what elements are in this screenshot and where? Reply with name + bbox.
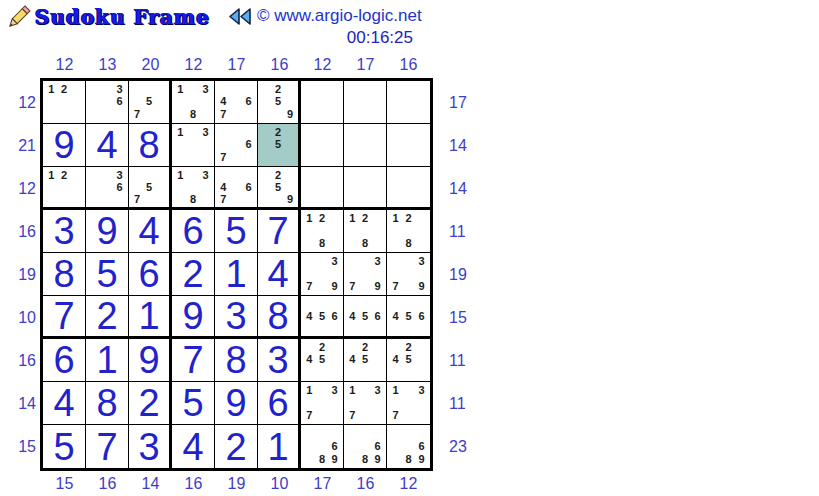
cell-value: 9 bbox=[215, 382, 257, 424]
pencil-mark-8: 8 bbox=[316, 453, 329, 466]
pencil-mark-7: 7 bbox=[131, 108, 143, 121]
pencil-mark-5: 5 bbox=[402, 310, 415, 322]
cell-r8c1[interactable]: 4 bbox=[43, 382, 86, 425]
cell-value: 7 bbox=[43, 296, 85, 336]
top-clue-7: 12 bbox=[301, 56, 344, 74]
bottom-clue-3: 14 bbox=[129, 475, 172, 493]
top-clue-2: 13 bbox=[86, 56, 129, 74]
cell-value: 7 bbox=[86, 425, 128, 468]
cell-r7c4[interactable]: 7 bbox=[172, 339, 215, 382]
pencil-mark-2: 2 bbox=[58, 83, 71, 96]
cell-r9c9[interactable]: 689 bbox=[387, 425, 430, 468]
left-clue-7: 16 bbox=[0, 339, 36, 382]
bottom-clue-7: 17 bbox=[301, 475, 344, 493]
pencil-mark-1: 1 bbox=[174, 126, 187, 139]
cell-value: 4 bbox=[129, 210, 169, 252]
cell-r4c5[interactable]: 5 bbox=[215, 210, 258, 253]
cell-value: 4 bbox=[43, 382, 85, 424]
cell-value: 5 bbox=[86, 253, 128, 295]
cell-r6c3[interactable]: 1 bbox=[129, 296, 172, 339]
pencil-mark-6: 6 bbox=[371, 440, 384, 453]
cell-r5c5[interactable]: 1 bbox=[215, 253, 258, 296]
cell-r9c3[interactable]: 3 bbox=[129, 425, 172, 468]
cell-r3c3[interactable]: 57 bbox=[129, 167, 172, 210]
pencil-mark-1: 1 bbox=[346, 384, 359, 397]
cell-r2c2[interactable]: 4 bbox=[86, 124, 129, 167]
cell-r4c3[interactable]: 4 bbox=[129, 210, 172, 253]
pencil-mark-2: 2 bbox=[316, 341, 329, 354]
cell-value: 8 bbox=[86, 382, 128, 424]
pencil-mark-2: 2 bbox=[272, 83, 284, 96]
cell-r8c9[interactable]: 137 bbox=[387, 382, 430, 425]
pencil-marks: 456 bbox=[346, 298, 384, 334]
pencil-mark-6: 6 bbox=[415, 310, 428, 322]
pencil-mark-7: 7 bbox=[303, 280, 316, 293]
pencil-marks: 245 bbox=[303, 341, 341, 379]
pencil-marks: 25 bbox=[260, 126, 296, 164]
left-clue-1: 12 bbox=[0, 81, 36, 124]
bottom-clue-5: 19 bbox=[215, 475, 258, 493]
pencil-marks: 36 bbox=[88, 169, 126, 205]
right-clue-9: 23 bbox=[441, 425, 485, 468]
cell-r1c6[interactable]: 259 bbox=[258, 81, 301, 124]
pencil-marks: 128 bbox=[303, 212, 341, 250]
cell-r7c1[interactable]: 6 bbox=[43, 339, 86, 382]
pencil-marks: 128 bbox=[389, 212, 428, 250]
pencil-mark-5: 5 bbox=[359, 310, 372, 322]
right-clue-7: 11 bbox=[441, 339, 485, 382]
cell-r9c5[interactable]: 2 bbox=[215, 425, 258, 468]
pencil-mark-4: 4 bbox=[217, 181, 230, 193]
pencil-marks: 12 bbox=[45, 169, 83, 205]
pencil-mark-8: 8 bbox=[402, 237, 415, 250]
pencil-mark-5: 5 bbox=[143, 96, 155, 109]
copyright-link[interactable]: © www.argio-logic.net bbox=[257, 6, 422, 26]
pencil-marks: 467 bbox=[217, 83, 255, 121]
cell-r5c9[interactable]: 379 bbox=[387, 253, 430, 296]
double-left-arrow-icon[interactable] bbox=[227, 7, 253, 26]
pencil-mark-7: 7 bbox=[346, 280, 359, 293]
top-clue-8: 17 bbox=[344, 56, 387, 74]
right-clue-3: 14 bbox=[441, 167, 485, 210]
pencil-mark-4: 4 bbox=[303, 354, 316, 367]
pencil-mark-4: 4 bbox=[346, 354, 359, 367]
cell-r4c2[interactable]: 9 bbox=[86, 210, 129, 253]
cell-r6c5[interactable]: 3 bbox=[215, 296, 258, 339]
pencil-mark-1: 1 bbox=[346, 212, 359, 225]
cell-value: 3 bbox=[215, 296, 257, 336]
cell-value: 1 bbox=[258, 425, 298, 468]
pencil-mark-6: 6 bbox=[328, 440, 341, 453]
cell-value: 3 bbox=[43, 210, 85, 252]
cell-r1c1[interactable]: 12 bbox=[43, 81, 86, 124]
cell-r7c7[interactable]: 245 bbox=[301, 339, 344, 382]
pencil-mark-3: 3 bbox=[415, 384, 428, 397]
left-clue-9: 15 bbox=[0, 425, 36, 468]
pencil-marks: 456 bbox=[303, 298, 341, 334]
cell-r1c9[interactable] bbox=[387, 81, 430, 124]
bottom-clue-2: 16 bbox=[86, 475, 129, 493]
pencil-mark-5: 5 bbox=[316, 354, 329, 367]
cell-r4c6[interactable]: 7 bbox=[258, 210, 301, 253]
cell-r4c8[interactable]: 128 bbox=[344, 210, 387, 253]
cell-r9c8[interactable]: 689 bbox=[344, 425, 387, 468]
cell-r7c6[interactable]: 3 bbox=[258, 339, 301, 382]
cell-value: 6 bbox=[172, 210, 214, 252]
cell-r2c8[interactable] bbox=[344, 124, 387, 167]
cell-value: 6 bbox=[43, 339, 85, 381]
pencil-mark-1: 1 bbox=[303, 212, 316, 225]
cell-value: 8 bbox=[43, 253, 85, 295]
cell-r1c5[interactable]: 467 bbox=[215, 81, 258, 124]
cell-r2c1[interactable]: 9 bbox=[43, 124, 86, 167]
cell-value: 3 bbox=[129, 425, 169, 468]
cell-value: 8 bbox=[258, 296, 298, 336]
pencil-mark-6: 6 bbox=[113, 181, 126, 193]
cell-r5c7[interactable]: 379 bbox=[301, 253, 344, 296]
cell-r5c2[interactable]: 5 bbox=[86, 253, 129, 296]
pencil-mark-9: 9 bbox=[284, 193, 296, 205]
pencil-marks: 12 bbox=[45, 83, 83, 121]
top-clue-6: 16 bbox=[258, 56, 301, 74]
pencil-mark-6: 6 bbox=[113, 96, 126, 109]
pencil-marks: 13 bbox=[174, 126, 212, 164]
left-clue-2: 21 bbox=[0, 124, 36, 167]
pencil-mark-5: 5 bbox=[402, 354, 415, 367]
cell-value: 4 bbox=[172, 425, 214, 468]
cell-r8c8[interactable]: 137 bbox=[344, 382, 387, 425]
cell-r5c4[interactable]: 2 bbox=[172, 253, 215, 296]
cell-value: 5 bbox=[172, 382, 214, 424]
cell-value: 8 bbox=[215, 339, 257, 381]
pencil-mark-8: 8 bbox=[316, 237, 329, 250]
pencil-mark-1: 1 bbox=[45, 169, 58, 181]
pencil-marks: 259 bbox=[260, 83, 296, 121]
pencil-mark-2: 2 bbox=[58, 169, 71, 181]
pencil-mark-5: 5 bbox=[272, 181, 284, 193]
pencil-marks: 379 bbox=[303, 255, 341, 293]
page-title: Sudoku Frame bbox=[35, 5, 210, 29]
pencil-mark-9: 9 bbox=[371, 453, 384, 466]
pencil-mark-9: 9 bbox=[328, 453, 341, 466]
cell-value: 4 bbox=[258, 253, 298, 295]
pencil-marks: 245 bbox=[346, 341, 384, 379]
cell-r6c4[interactable]: 9 bbox=[172, 296, 215, 339]
cell-r3c9[interactable] bbox=[387, 167, 430, 210]
pencil-mark-3: 3 bbox=[328, 384, 341, 397]
top-clue-1: 12 bbox=[43, 56, 86, 74]
pencil-mark-2: 2 bbox=[402, 212, 415, 225]
cell-r4c1[interactable]: 3 bbox=[43, 210, 86, 253]
cell-r5c1[interactable]: 8 bbox=[43, 253, 86, 296]
pencil-marks: 689 bbox=[346, 427, 384, 466]
pencil-marks: 138 bbox=[174, 83, 212, 121]
cell-r4c7[interactable]: 128 bbox=[301, 210, 344, 253]
bottom-clue-6: 10 bbox=[258, 475, 301, 493]
pencil-mark-3: 3 bbox=[415, 255, 428, 268]
right-clue-1: 17 bbox=[441, 81, 485, 124]
pencil-mark-3: 3 bbox=[199, 126, 212, 139]
left-clue-3: 12 bbox=[0, 167, 36, 210]
right-clue-5: 19 bbox=[441, 253, 485, 296]
pencil-marks: 67 bbox=[217, 126, 255, 164]
pencil-mark-3: 3 bbox=[328, 255, 341, 268]
pencil-mark-7: 7 bbox=[389, 280, 402, 293]
top-clue-5: 17 bbox=[215, 56, 258, 74]
cell-r2c7[interactable] bbox=[301, 124, 344, 167]
pencil-mark-3: 3 bbox=[199, 169, 212, 181]
right-clue-2: 14 bbox=[441, 124, 485, 167]
cell-value: 2 bbox=[86, 296, 128, 336]
pencil-mark-2: 2 bbox=[272, 169, 284, 181]
pencil-marks: 379 bbox=[346, 255, 384, 293]
pencil-marks: 689 bbox=[389, 427, 428, 466]
pencil-mark-5: 5 bbox=[272, 139, 284, 152]
pencil-mark-7: 7 bbox=[303, 409, 316, 422]
left-clue-5: 19 bbox=[0, 253, 36, 296]
pencil-mark-7: 7 bbox=[217, 151, 230, 164]
pencil-mark-7: 7 bbox=[346, 409, 359, 422]
pencil-mark-6: 6 bbox=[242, 96, 255, 109]
left-clues: 122112161910161415 bbox=[0, 81, 36, 468]
cell-r3c6[interactable]: 259 bbox=[258, 167, 301, 210]
cell-r5c8[interactable]: 379 bbox=[344, 253, 387, 296]
pencil-mark-3: 3 bbox=[371, 255, 384, 268]
pencil-mark-4: 4 bbox=[217, 96, 230, 109]
pencil-mark-1: 1 bbox=[389, 384, 402, 397]
pencil-mark-7: 7 bbox=[217, 108, 230, 121]
bottom-clues: 151614161910171612 bbox=[43, 475, 430, 493]
pencil-mark-9: 9 bbox=[328, 280, 341, 293]
cell-r8c2[interactable]: 8 bbox=[86, 382, 129, 425]
cell-value: 2 bbox=[129, 382, 169, 424]
pencil-mark-3: 3 bbox=[113, 83, 126, 96]
pencil-marks: 57 bbox=[131, 83, 167, 121]
cell-r9c4[interactable]: 4 bbox=[172, 425, 215, 468]
pencil-mark-6: 6 bbox=[242, 139, 255, 152]
pencil-mark-4: 4 bbox=[303, 310, 316, 322]
top-clue-3: 20 bbox=[129, 56, 172, 74]
cell-value: 1 bbox=[129, 296, 169, 336]
cell-value: 4 bbox=[86, 124, 128, 166]
pencil-mark-1: 1 bbox=[303, 384, 316, 397]
right-clue-8: 11 bbox=[441, 382, 485, 425]
cell-value: 9 bbox=[172, 296, 214, 336]
pencil-marks: 467 bbox=[217, 169, 255, 205]
cell-value: 1 bbox=[86, 339, 128, 381]
bottom-clue-9: 12 bbox=[387, 475, 430, 493]
bottom-clue-1: 15 bbox=[43, 475, 86, 493]
cell-r8c6[interactable]: 6 bbox=[258, 382, 301, 425]
cell-r2c4[interactable]: 13 bbox=[172, 124, 215, 167]
cell-r6c7[interactable]: 456 bbox=[301, 296, 344, 339]
pencil-mark-2: 2 bbox=[272, 126, 284, 139]
sudoku-frame-app: { "header": { "title": "Sudoku Frame", "… bbox=[0, 0, 819, 496]
cell-r8c7[interactable]: 137 bbox=[301, 382, 344, 425]
cell-value: 8 bbox=[129, 124, 169, 166]
cell-r6c9[interactable]: 456 bbox=[387, 296, 430, 339]
pencil-marks: 137 bbox=[346, 384, 384, 422]
pencil-marks: 259 bbox=[260, 169, 296, 205]
left-clue-8: 14 bbox=[0, 382, 36, 425]
pencil-mark-3: 3 bbox=[199, 83, 212, 96]
pencil-mark-4: 4 bbox=[346, 310, 359, 322]
pencil-mark-6: 6 bbox=[371, 310, 384, 322]
cell-r1c4[interactable]: 138 bbox=[172, 81, 215, 124]
pencil-mark-8: 8 bbox=[187, 193, 200, 205]
pencil-marks: 137 bbox=[303, 384, 341, 422]
cell-value: 2 bbox=[215, 425, 257, 468]
cell-value: 2 bbox=[172, 253, 214, 295]
right-clues: 171414111915111123 bbox=[441, 81, 485, 468]
pencil-mark-2: 2 bbox=[359, 341, 372, 354]
pencil-mark-1: 1 bbox=[174, 83, 187, 96]
cell-value: 6 bbox=[258, 382, 298, 424]
cell-r3c7[interactable] bbox=[301, 167, 344, 210]
pencil-marks: 245 bbox=[389, 341, 428, 379]
pencil-mark-6: 6 bbox=[415, 440, 428, 453]
pencil-mark-9: 9 bbox=[371, 280, 384, 293]
pencil-mark-8: 8 bbox=[359, 237, 372, 250]
pencil-mark-1: 1 bbox=[174, 169, 187, 181]
cell-r6c8[interactable]: 456 bbox=[344, 296, 387, 339]
pencil-marks: 36 bbox=[88, 83, 126, 121]
pencil-mark-9: 9 bbox=[284, 108, 296, 121]
cell-r4c4[interactable]: 6 bbox=[172, 210, 215, 253]
pencil-marks: 128 bbox=[346, 212, 384, 250]
cell-r3c1[interactable]: 12 bbox=[43, 167, 86, 210]
pencil-mark-4: 4 bbox=[389, 354, 402, 367]
cell-r2c3[interactable]: 8 bbox=[129, 124, 172, 167]
pencil-marks: 456 bbox=[389, 298, 428, 334]
pencil-mark-3: 3 bbox=[371, 384, 384, 397]
cell-r3c2[interactable]: 36 bbox=[86, 167, 129, 210]
left-clue-6: 10 bbox=[0, 296, 36, 339]
cell-r6c1[interactable]: 7 bbox=[43, 296, 86, 339]
pencil-mark-6: 6 bbox=[328, 310, 341, 322]
top-clue-9: 16 bbox=[387, 56, 430, 74]
left-clue-4: 16 bbox=[0, 210, 36, 253]
bottom-clue-4: 16 bbox=[172, 475, 215, 493]
pencil-mark-8: 8 bbox=[187, 108, 200, 121]
pencil-mark-7: 7 bbox=[217, 193, 230, 205]
cell-r2c6[interactable]: 25 bbox=[258, 124, 301, 167]
cell-value: 1 bbox=[215, 253, 257, 295]
cell-value: 7 bbox=[258, 210, 298, 252]
cell-r7c3[interactable]: 9 bbox=[129, 339, 172, 382]
cell-r8c3[interactable]: 2 bbox=[129, 382, 172, 425]
cell-value: 6 bbox=[129, 253, 169, 295]
cell-r1c7[interactable] bbox=[301, 81, 344, 124]
pencil-mark-5: 5 bbox=[143, 181, 155, 193]
pencil-mark-4: 4 bbox=[389, 310, 402, 322]
bottom-clue-8: 16 bbox=[344, 475, 387, 493]
pencil-marks: 57 bbox=[131, 169, 167, 205]
sudoku-board: 1236571384672599481367251236571384672593… bbox=[40, 78, 433, 471]
pencil-mark-6: 6 bbox=[242, 181, 255, 193]
right-clue-4: 11 bbox=[441, 210, 485, 253]
pencil-mark-2: 2 bbox=[316, 212, 329, 225]
pencil-mark-8: 8 bbox=[402, 453, 415, 466]
pencil-mark-3: 3 bbox=[113, 169, 126, 181]
pencil-mark-2: 2 bbox=[402, 341, 415, 354]
cell-value: 3 bbox=[258, 339, 298, 381]
pencil-marks: 689 bbox=[303, 427, 341, 466]
cell-r9c6[interactable]: 1 bbox=[258, 425, 301, 468]
cell-r7c2[interactable]: 1 bbox=[86, 339, 129, 382]
cell-r1c3[interactable]: 57 bbox=[129, 81, 172, 124]
pencil-icon bbox=[6, 3, 32, 31]
cell-r4c9[interactable]: 128 bbox=[387, 210, 430, 253]
top-clues: 121320121716121716 bbox=[43, 56, 430, 74]
pencil-mark-9: 9 bbox=[415, 280, 428, 293]
cell-r3c4[interactable]: 138 bbox=[172, 167, 215, 210]
cell-r5c3[interactable]: 6 bbox=[129, 253, 172, 296]
cell-r2c5[interactable]: 67 bbox=[215, 124, 258, 167]
pencil-marks: 379 bbox=[389, 255, 428, 293]
cell-r3c5[interactable]: 467 bbox=[215, 167, 258, 210]
pencil-marks: 137 bbox=[389, 384, 428, 422]
top-clue-4: 12 bbox=[172, 56, 215, 74]
cell-value: 9 bbox=[43, 124, 85, 166]
pencil-mark-5: 5 bbox=[316, 310, 329, 322]
cell-r7c5[interactable]: 8 bbox=[215, 339, 258, 382]
cell-value: 9 bbox=[129, 339, 169, 381]
cell-r9c1[interactable]: 5 bbox=[43, 425, 86, 468]
pencil-mark-7: 7 bbox=[389, 409, 402, 422]
cell-r9c2[interactable]: 7 bbox=[86, 425, 129, 468]
cell-r6c6[interactable]: 8 bbox=[258, 296, 301, 339]
pencil-mark-1: 1 bbox=[389, 212, 402, 225]
cell-r5c6[interactable]: 4 bbox=[258, 253, 301, 296]
right-clue-6: 15 bbox=[441, 296, 485, 339]
cell-r7c9[interactable]: 245 bbox=[387, 339, 430, 382]
cell-value: 5 bbox=[215, 210, 257, 252]
timer: 00:16:25 bbox=[256, 28, 413, 48]
pencil-mark-8: 8 bbox=[359, 453, 372, 466]
cell-r7c8[interactable]: 245 bbox=[344, 339, 387, 382]
pencil-mark-1: 1 bbox=[45, 83, 58, 96]
pencil-mark-5: 5 bbox=[359, 354, 372, 367]
pencil-mark-9: 9 bbox=[415, 453, 428, 466]
cell-r8c5[interactable]: 9 bbox=[215, 382, 258, 425]
pencil-mark-5: 5 bbox=[272, 96, 284, 109]
cell-value: 7 bbox=[172, 339, 214, 381]
cell-r1c8[interactable] bbox=[344, 81, 387, 124]
cell-r6c2[interactable]: 2 bbox=[86, 296, 129, 339]
cell-r1c2[interactable]: 36 bbox=[86, 81, 129, 124]
cell-r2c9[interactable] bbox=[387, 124, 430, 167]
pencil-mark-2: 2 bbox=[359, 212, 372, 225]
cell-r9c7[interactable]: 689 bbox=[301, 425, 344, 468]
pencil-mark-7: 7 bbox=[131, 193, 143, 205]
cell-r3c8[interactable] bbox=[344, 167, 387, 210]
cell-value: 9 bbox=[86, 210, 128, 252]
pencil-marks: 138 bbox=[174, 169, 212, 205]
cell-value: 5 bbox=[43, 425, 85, 468]
cell-r8c4[interactable]: 5 bbox=[172, 382, 215, 425]
